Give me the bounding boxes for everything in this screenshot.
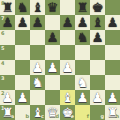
piece-black-pawn[interactable]: ♟ xyxy=(45,30,60,45)
rank-label-4: 4 xyxy=(1,61,4,66)
square-f6[interactable]: ♞ xyxy=(75,30,90,45)
square-g7[interactable]: ♝ xyxy=(90,15,105,30)
square-d1[interactable]: d♛ xyxy=(45,105,60,120)
piece-white-knight[interactable]: ♞ xyxy=(30,75,45,90)
square-c2[interactable] xyxy=(30,90,45,105)
square-c5[interactable] xyxy=(30,45,45,60)
square-c4[interactable]: ♟ xyxy=(30,60,45,75)
piece-white-pawn[interactable]: ♟ xyxy=(75,90,90,105)
square-f3[interactable]: ♞ xyxy=(75,75,90,90)
square-h5[interactable] xyxy=(105,45,120,60)
piece-white-pawn[interactable]: ♟ xyxy=(105,90,120,105)
square-g1[interactable]: g xyxy=(90,105,105,120)
piece-white-pawn[interactable]: ♟ xyxy=(90,90,105,105)
square-b7[interactable]: ♟ xyxy=(15,15,30,30)
square-b5[interactable] xyxy=(15,45,30,60)
square-e8[interactable] xyxy=(60,0,75,15)
square-d7[interactable] xyxy=(45,15,60,30)
piece-white-bishop[interactable]: ♝ xyxy=(60,90,75,105)
square-f5[interactable] xyxy=(75,45,90,60)
piece-black-pawn[interactable]: ♟ xyxy=(90,30,105,45)
square-e4[interactable]: ♟ xyxy=(60,60,75,75)
square-b4[interactable] xyxy=(15,60,30,75)
square-a6[interactable]: 6 xyxy=(0,30,15,45)
square-b2[interactable]: ♟ xyxy=(15,90,30,105)
square-h8[interactable] xyxy=(105,0,120,15)
square-b1[interactable]: b xyxy=(15,105,30,120)
piece-white-queen[interactable]: ♛ xyxy=(45,105,60,120)
piece-white-bishop[interactable]: ♝ xyxy=(30,105,45,120)
piece-black-pawn[interactable]: ♟ xyxy=(75,15,90,30)
square-g5[interactable] xyxy=(90,45,105,60)
square-h7[interactable]: ♟ xyxy=(105,15,120,30)
square-h4[interactable] xyxy=(105,60,120,75)
square-a3[interactable]: 3 xyxy=(0,75,15,90)
square-a2[interactable]: 2♟ xyxy=(0,90,15,105)
square-d6[interactable]: ♟ xyxy=(45,30,60,45)
square-f2[interactable]: ♟ xyxy=(75,90,90,105)
piece-white-pawn[interactable]: ♟ xyxy=(45,60,60,75)
piece-white-pawn[interactable]: ♟ xyxy=(60,60,75,75)
piece-white-rook[interactable]: ♜ xyxy=(0,105,15,120)
square-e1[interactable]: e♚ xyxy=(60,105,75,120)
square-g4[interactable] xyxy=(90,60,105,75)
square-c6[interactable] xyxy=(30,30,45,45)
piece-black-bishop[interactable]: ♝ xyxy=(90,15,105,30)
piece-white-pawn[interactable]: ♟ xyxy=(30,60,45,75)
square-d4[interactable]: ♟ xyxy=(45,60,60,75)
square-a4[interactable]: 4 xyxy=(0,60,15,75)
piece-white-king[interactable]: ♚ xyxy=(60,105,75,120)
square-g8[interactable]: ♚ xyxy=(90,0,105,15)
square-g3[interactable] xyxy=(90,75,105,90)
square-a5[interactable]: 5 xyxy=(0,45,15,60)
square-d5[interactable] xyxy=(45,45,60,60)
square-a7[interactable]: 7♟ xyxy=(0,15,15,30)
square-f1[interactable]: f xyxy=(75,105,90,120)
square-d8[interactable]: ♛ xyxy=(45,0,60,15)
square-e2[interactable]: ♝ xyxy=(60,90,75,105)
piece-white-pawn[interactable]: ♟ xyxy=(15,90,30,105)
square-b3[interactable] xyxy=(15,75,30,90)
piece-black-pawn[interactable]: ♟ xyxy=(105,15,120,30)
piece-black-king[interactable]: ♚ xyxy=(90,0,105,15)
file-label-f: f xyxy=(87,114,89,119)
square-e7[interactable]: ♟ xyxy=(60,15,75,30)
piece-black-knight[interactable]: ♞ xyxy=(15,0,30,15)
piece-black-pawn[interactable]: ♟ xyxy=(15,15,30,30)
piece-black-pawn[interactable]: ♟ xyxy=(30,15,45,30)
square-h2[interactable]: ♟ xyxy=(105,90,120,105)
piece-white-rook[interactable]: ♜ xyxy=(105,105,120,120)
square-e6[interactable] xyxy=(60,30,75,45)
square-e3[interactable] xyxy=(60,75,75,90)
chess-board: 8♜♞♝♛♜♚7♟♟♟♟♟♝♟6♟♞♟54♟♟♟3♞♞2♟♟♝♟♟♟1a♜bc♝… xyxy=(0,0,120,120)
piece-black-knight[interactable]: ♞ xyxy=(75,30,90,45)
piece-black-queen[interactable]: ♛ xyxy=(45,0,60,15)
square-d2[interactable] xyxy=(45,90,60,105)
square-h6[interactable] xyxy=(105,30,120,45)
square-e5[interactable] xyxy=(60,45,75,60)
square-b8[interactable]: ♞ xyxy=(15,0,30,15)
square-f4[interactable] xyxy=(75,60,90,75)
piece-white-knight[interactable]: ♞ xyxy=(75,75,90,90)
piece-black-rook[interactable]: ♜ xyxy=(0,0,15,15)
square-h3[interactable] xyxy=(105,75,120,90)
square-c7[interactable]: ♟ xyxy=(30,15,45,30)
square-c3[interactable]: ♞ xyxy=(30,75,45,90)
rank-label-5: 5 xyxy=(1,46,4,51)
square-g2[interactable]: ♟ xyxy=(90,90,105,105)
square-c1[interactable]: c♝ xyxy=(30,105,45,120)
square-a1[interactable]: 1a♜ xyxy=(0,105,15,120)
rank-label-3: 3 xyxy=(1,76,4,81)
square-a8[interactable]: 8♜ xyxy=(0,0,15,15)
piece-black-rook[interactable]: ♜ xyxy=(75,0,90,15)
square-d3[interactable] xyxy=(45,75,60,90)
file-label-b: b xyxy=(25,114,29,119)
square-g6[interactable]: ♟ xyxy=(90,30,105,45)
square-c8[interactable]: ♝ xyxy=(30,0,45,15)
file-label-g: g xyxy=(100,114,104,119)
square-f7[interactable]: ♟ xyxy=(75,15,90,30)
square-h1[interactable]: h♜ xyxy=(105,105,120,120)
piece-white-pawn[interactable]: ♟ xyxy=(0,90,15,105)
piece-black-pawn[interactable]: ♟ xyxy=(0,15,15,30)
piece-black-pawn[interactable]: ♟ xyxy=(60,15,75,30)
rank-label-6: 6 xyxy=(1,31,4,36)
piece-black-bishop[interactable]: ♝ xyxy=(30,0,45,15)
square-f8[interactable]: ♜ xyxy=(75,0,90,15)
square-b6[interactable] xyxy=(15,30,30,45)
